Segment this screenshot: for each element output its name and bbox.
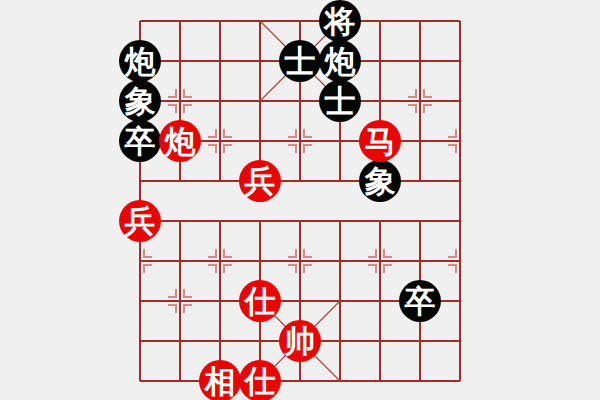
piece-black-elephant-b[interactable]: 象 (359, 160, 401, 202)
piece-red-elephant[interactable]: 相 (199, 360, 241, 400)
piece-black-cannon-b[interactable]: 炮 (319, 40, 361, 82)
piece-black-soldier-a[interactable]: 卒 (119, 120, 161, 162)
piece-red-soldier-a[interactable]: 兵 (239, 160, 281, 202)
piece-red-soldier-b[interactable]: 兵 (119, 200, 161, 242)
piece-red-advisor-a[interactable]: 仕 (239, 280, 281, 322)
piece-black-soldier-b[interactable]: 卒 (399, 280, 441, 322)
piece-red-advisor-b[interactable]: 仕 (239, 360, 281, 400)
piece-black-general[interactable]: 将 (319, 0, 361, 42)
piece-black-advisor-a[interactable]: 士 (279, 40, 321, 82)
piece-red-general[interactable]: 帅 (279, 320, 321, 362)
piece-black-elephant-a[interactable]: 象 (119, 80, 161, 122)
piece-red-cannon[interactable]: 炮 (159, 120, 201, 162)
piece-red-horse[interactable]: 马 (359, 120, 401, 162)
pieces-layer: 将炮士炮象士卒象卒炮马兵兵仕帅相仕 (120, 1, 480, 400)
piece-black-cannon-a[interactable]: 炮 (119, 40, 161, 82)
piece-black-advisor-b[interactable]: 士 (319, 80, 361, 122)
xiangqi-board: 将炮士炮象士卒象卒炮马兵兵仕帅相仕 (0, 0, 600, 400)
